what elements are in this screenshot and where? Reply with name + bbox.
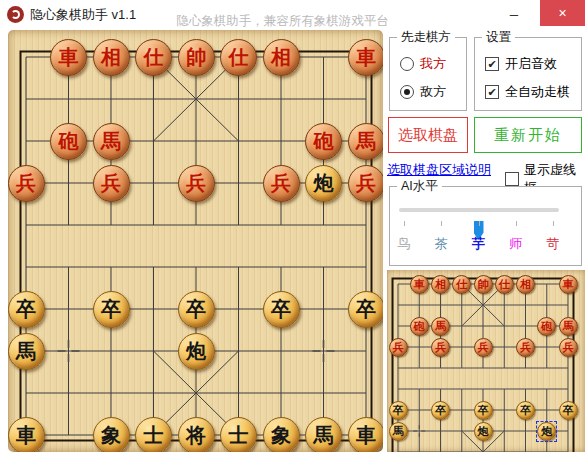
checkbox-auto-move-label: 全自动走棋 xyxy=(505,83,570,101)
minimize-button[interactable]: – xyxy=(494,0,534,26)
radio-enemy-side-label: 敌方 xyxy=(420,83,446,101)
piece-red-f5r0: 帥 xyxy=(474,275,493,294)
piece-red-f7r0[interactable]: 相 xyxy=(263,39,300,76)
app-icon xyxy=(7,6,24,23)
piece-red-f3r2: 馬 xyxy=(431,317,450,336)
radio-enemy-side[interactable]: 敌方 xyxy=(400,83,446,101)
piece-red-f1r3[interactable]: 兵 xyxy=(8,165,45,202)
piece-red-f7r3: 兵 xyxy=(516,338,535,357)
window-title: 隐心象棋助手 v1.1 xyxy=(30,6,136,24)
ai-level-group: AI水平 鸟茶芋师苛 xyxy=(389,186,582,266)
piece-black-f8r9[interactable]: 馬 xyxy=(305,417,342,452)
close-button[interactable]: × xyxy=(540,0,585,26)
ai-level-slider[interactable] xyxy=(399,208,559,212)
radio-our-side[interactable]: 我方 xyxy=(400,55,446,73)
select-board-button[interactable]: 选取棋盘 xyxy=(388,117,468,153)
piece-red-f9r0: 車 xyxy=(559,275,578,294)
checkbox-sound-label: 开启音效 xyxy=(505,55,557,73)
ai-level-label-3: 芋 xyxy=(472,235,485,253)
piece-black-f3r6: 卒 xyxy=(431,401,450,420)
ai-level-group-title: AI水平 xyxy=(397,178,442,195)
piece-black-f7r6[interactable]: 卒 xyxy=(263,291,300,328)
piece-red-f2r2: 砲 xyxy=(410,317,429,336)
piece-red-f9r3[interactable]: 兵 xyxy=(348,165,384,202)
first-move-group-title: 先走棋方 xyxy=(397,29,455,46)
ai-level-label-2: 茶 xyxy=(435,235,448,253)
piece-red-f9r0[interactable]: 車 xyxy=(348,39,384,76)
piece-black-f3r6[interactable]: 卒 xyxy=(93,291,130,328)
checkbox-sound[interactable]: ✔ 开启音效 xyxy=(485,55,557,73)
radio-our-side-label: 我方 xyxy=(420,55,446,73)
piece-red-f7r3[interactable]: 兵 xyxy=(263,165,300,202)
piece-black-f9r6[interactable]: 卒 xyxy=(348,291,384,328)
piece-red-f9r2[interactable]: 馬 xyxy=(348,123,384,160)
piece-red-f9r3: 兵 xyxy=(559,338,578,357)
piece-red-f7r0: 相 xyxy=(516,275,535,294)
checkbox-icon[interactable] xyxy=(505,172,519,186)
checkbox-icon[interactable]: ✔ xyxy=(485,85,499,99)
xiangqi-board[interactable]: 車相仕帥仕相車砲馬砲馬兵兵兵兵兵炮卒卒卒卒卒馬炮車象士将士象馬車 xyxy=(8,30,383,452)
ai-level-label-1: 鸟 xyxy=(398,235,411,253)
radio-icon[interactable] xyxy=(400,57,414,71)
settings-group-title: 设置 xyxy=(482,29,515,46)
piece-red-f3r3[interactable]: 兵 xyxy=(93,165,130,202)
piece-black-f3r9[interactable]: 象 xyxy=(93,417,130,452)
piece-red-f8r2[interactable]: 砲 xyxy=(305,123,342,160)
checkbox-auto-move[interactable]: ✔ 全自动走棋 xyxy=(485,83,570,101)
captured-board-preview: 車相仕帥仕相車砲馬砲馬兵兵兵兵兵卒卒卒卒卒馬炮炮 xyxy=(387,270,585,452)
ai-level-label-5: 苛 xyxy=(547,235,560,253)
piece-black-f1r6[interactable]: 卒 xyxy=(8,291,45,328)
piece-red-f5r3[interactable]: 兵 xyxy=(178,165,215,202)
piece-black-f9r9[interactable]: 車 xyxy=(348,417,384,452)
piece-black-f5r7[interactable]: 炮 xyxy=(178,333,215,370)
piece-black-f1r6: 卒 xyxy=(389,401,408,420)
piece-black-f5r9[interactable]: 将 xyxy=(178,417,215,452)
piece-red-f8r2: 砲 xyxy=(537,317,556,336)
checkbox-icon[interactable]: ✔ xyxy=(485,57,499,71)
slider-tick xyxy=(479,221,480,226)
slider-tick xyxy=(441,221,442,226)
piece-red-f4r0: 仕 xyxy=(452,275,471,294)
app-icon-glyph xyxy=(11,10,20,19)
piece-red-f4r0[interactable]: 仕 xyxy=(135,39,172,76)
piece-red-f2r2[interactable]: 砲 xyxy=(50,123,87,160)
piece-red-f3r0: 相 xyxy=(431,275,450,294)
piece-red-f3r2[interactable]: 馬 xyxy=(93,123,130,160)
board-grid xyxy=(8,30,383,452)
piece-black-f9r6: 卒 xyxy=(559,401,578,420)
restart-button[interactable]: 重新开始 xyxy=(474,117,582,153)
piece-red-f2r0: 車 xyxy=(410,275,429,294)
slider-tick xyxy=(553,221,554,226)
piece-black-f7r6: 卒 xyxy=(516,401,535,420)
piece-black-f1r7[interactable]: 馬 xyxy=(8,333,45,370)
slider-tick xyxy=(516,221,517,226)
piece-black-f5r6[interactable]: 卒 xyxy=(178,291,215,328)
piece-black-f6r9[interactable]: 士 xyxy=(220,417,257,452)
window-titlebar: 隐心象棋助手 v1.1 隐心象棋助手，兼容所有象棋游戏平台 – × xyxy=(0,0,585,30)
piece-red-f3r3: 兵 xyxy=(431,338,450,357)
piece-red-f9r2: 馬 xyxy=(559,317,578,336)
first-move-group: 先走棋方 我方 敌方 xyxy=(389,37,467,111)
piece-red-f6r0: 仕 xyxy=(495,275,514,294)
window-subtitle: 隐心象棋助手，兼容所有象棋游戏平台 xyxy=(150,13,415,30)
radio-icon[interactable] xyxy=(400,85,414,99)
board-region-help-link[interactable]: 选取棋盘区域说明 xyxy=(387,161,491,179)
ai-level-label-4: 师 xyxy=(509,235,522,253)
piece-black-f8r3[interactable]: 炮 xyxy=(305,165,342,202)
piece-black-f4r9[interactable]: 士 xyxy=(135,417,172,452)
radio-dot xyxy=(404,89,410,95)
piece-black-f7r9[interactable]: 象 xyxy=(263,417,300,452)
slider-tick xyxy=(404,221,405,226)
piece-black-f5r6: 卒 xyxy=(474,401,493,420)
piece-red-f5r0[interactable]: 帥 xyxy=(178,39,215,76)
piece-black-f1r9[interactable]: 車 xyxy=(8,417,45,452)
selected-piece-highlight xyxy=(536,421,557,442)
piece-red-f6r0[interactable]: 仕 xyxy=(220,39,257,76)
piece-red-f5r3: 兵 xyxy=(474,338,493,357)
piece-black-f5r7: 炮 xyxy=(474,422,493,441)
piece-red-f1r3: 兵 xyxy=(389,338,408,357)
piece-red-f3r0[interactable]: 相 xyxy=(93,39,130,76)
piece-black-f1r7: 馬 xyxy=(389,422,408,441)
app-window: 隐心象棋助手 v1.1 隐心象棋助手，兼容所有象棋游戏平台 – × 車相仕帥仕相… xyxy=(0,0,585,452)
piece-red-f2r0[interactable]: 車 xyxy=(50,39,87,76)
settings-group: 设置 ✔ 开启音效 ✔ 全自动走棋 xyxy=(474,37,582,111)
